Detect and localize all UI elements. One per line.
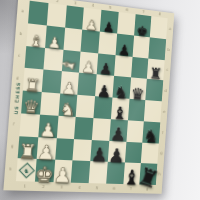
coordinate-label: 4 bbox=[92, 4, 95, 8]
black-king: ♚ bbox=[134, 14, 152, 37]
coordinate-label: 2 bbox=[56, 0, 59, 3]
black-pawn: ♟ bbox=[95, 75, 114, 98]
coordinate-label: 6 bbox=[113, 187, 116, 191]
black-pawn: ♟ bbox=[90, 140, 109, 162]
coordinate-label: b bbox=[19, 31, 22, 35]
coordinate-label: 3 bbox=[60, 185, 63, 189]
white-pawn: ♟ bbox=[38, 114, 58, 137]
white-pawn: ♟ bbox=[36, 137, 56, 160]
black-knight: ♞ bbox=[112, 76, 130, 99]
coordinate-label: 7 bbox=[130, 187, 133, 191]
coordinate-label: 6 bbox=[126, 8, 129, 12]
coordinate-label: f bbox=[162, 131, 164, 135]
coordinate-label: 7 bbox=[142, 10, 145, 14]
coordinate-label: e bbox=[163, 110, 165, 114]
black-pawn: ♟ bbox=[115, 33, 133, 56]
white-pawn: ♟ bbox=[53, 160, 73, 183]
coordinate-label: e bbox=[14, 99, 17, 103]
rank-labels-bottom: 12345678 bbox=[15, 184, 155, 192]
black-bishop: ♝ bbox=[111, 97, 129, 120]
black-knight: ♞ bbox=[143, 121, 161, 143]
coordinate-label: c bbox=[166, 68, 168, 72]
black-bishop: ♝ bbox=[123, 163, 141, 185]
white-bishop: ♝ bbox=[26, 23, 46, 47]
white-knight: ♞ bbox=[58, 93, 78, 116]
black-rook: ♜ bbox=[147, 58, 165, 80]
coordinate-label: h bbox=[158, 173, 161, 177]
coordinate-label: 3 bbox=[74, 1, 77, 5]
white-pawn: ♟ bbox=[82, 8, 101, 32]
white-pawn: ♟ bbox=[45, 25, 65, 49]
coordinate-label: 8 bbox=[146, 188, 149, 192]
white-king: ♚ bbox=[35, 159, 55, 182]
coordinate-label: h bbox=[9, 167, 12, 171]
white-rook: ♜ bbox=[18, 136, 38, 159]
coordinate-label: d bbox=[164, 89, 167, 93]
coordinate-label: a bbox=[21, 9, 24, 13]
coordinate-label: a bbox=[169, 27, 171, 31]
coordinate-label: g bbox=[11, 145, 14, 149]
white-rook: ♜ bbox=[23, 68, 43, 92]
coordinate-label: 4 bbox=[78, 186, 81, 190]
board-playing-area: ♞ ♟♟♚♝♟♟♝♟♟♜♜♟♟♞♛♛♞♝♟♟♞♜♟♟♟♚♟♝♜ bbox=[16, 1, 168, 185]
black-pawn: ♟ bbox=[108, 140, 126, 162]
photo-scene: 12345678 12345678 abcdefgh abcdefgh US C… bbox=[0, 0, 200, 200]
coordinate-label: c bbox=[18, 54, 21, 58]
coordinate-label: 5 bbox=[96, 186, 99, 190]
coordinate-label: 5 bbox=[109, 6, 112, 10]
coordinate-label: f bbox=[13, 122, 15, 126]
coordinate-label: d bbox=[16, 77, 19, 81]
piece-layer: ♟♟♚♝♟♟♝♟♟♜♜♟♟♞♛♛♞♝♟♟♞♜♟♟♟♚♟♝♜ bbox=[16, 1, 168, 185]
black-queen: ♛ bbox=[129, 78, 147, 101]
white-pawn: ♟ bbox=[79, 51, 98, 74]
black-pawn: ♟ bbox=[109, 119, 127, 141]
coordinate-label: 8 bbox=[159, 12, 162, 16]
black-pawn: ♟ bbox=[97, 53, 116, 76]
coordinate-label: g bbox=[160, 152, 163, 156]
black-rook-tipped: ♜ bbox=[140, 163, 158, 185]
us-chess-brand-text: US CHESS bbox=[13, 82, 21, 115]
coordinate-label: 1 bbox=[23, 184, 26, 188]
coordinate-label: 2 bbox=[42, 185, 45, 189]
white-pawn: ♟ bbox=[60, 71, 79, 94]
chess-board: 12345678 12345678 abcdefgh abcdefgh US C… bbox=[3, 0, 174, 194]
white-bishop-fallen: ♝ bbox=[61, 49, 80, 73]
coordinate-label: b bbox=[167, 48, 170, 52]
white-queen: ♛ bbox=[21, 91, 41, 115]
black-pawn: ♟ bbox=[100, 10, 119, 33]
